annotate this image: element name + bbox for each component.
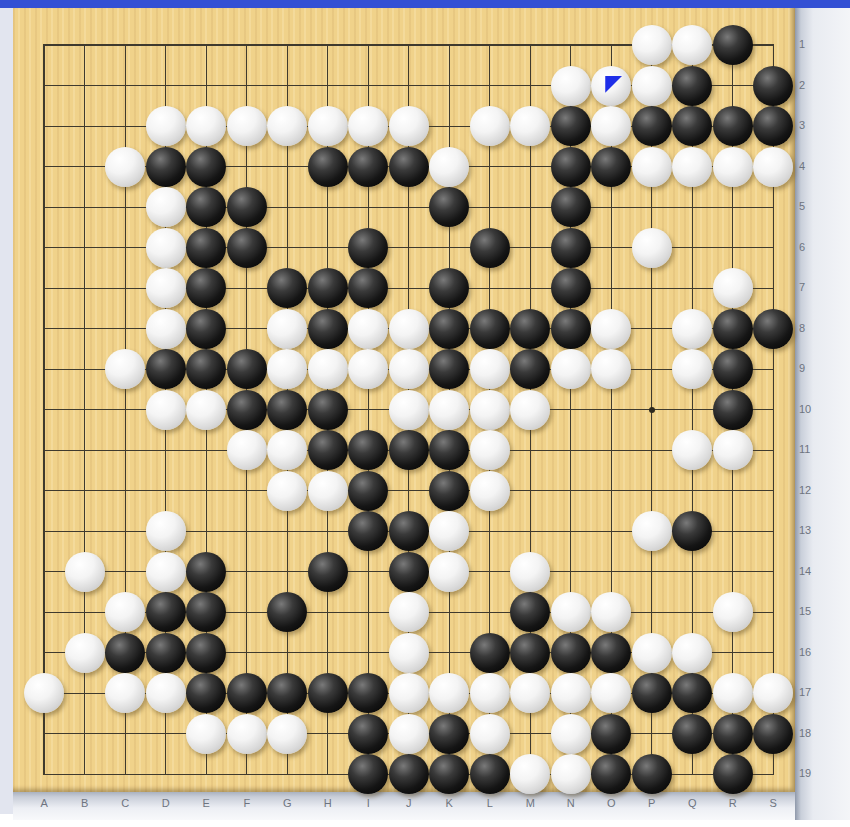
intersection-C17[interactable] [105, 673, 146, 714]
black-stone-I18[interactable] [348, 714, 388, 754]
intersection-H16[interactable] [308, 633, 349, 674]
intersection-J16[interactable] [389, 633, 430, 674]
black-stone-R10[interactable] [713, 390, 753, 430]
intersection-E5[interactable] [186, 187, 227, 228]
intersection-C6[interactable] [105, 228, 146, 269]
black-stone-I12[interactable] [348, 471, 388, 511]
intersection-B2[interactable] [65, 66, 106, 107]
intersection-N12[interactable] [551, 471, 592, 512]
intersection-K17[interactable] [429, 673, 470, 714]
intersection-G3[interactable] [267, 106, 308, 147]
black-stone-N7[interactable] [551, 268, 591, 308]
black-stone-R3[interactable] [713, 106, 753, 146]
intersection-K2[interactable] [429, 66, 470, 107]
black-stone-H10[interactable] [308, 390, 348, 430]
white-stone-I8[interactable] [348, 309, 388, 349]
intersection-Q15[interactable] [672, 592, 713, 633]
intersection-B3[interactable] [65, 106, 106, 147]
white-stone-L3[interactable] [470, 106, 510, 146]
intersection-G19[interactable] [267, 754, 308, 795]
black-stone-Q3[interactable] [672, 106, 712, 146]
intersection-H11[interactable] [308, 430, 349, 471]
intersection-J7[interactable] [389, 268, 430, 309]
intersection-Q19[interactable] [672, 754, 713, 795]
black-stone-L19[interactable] [470, 754, 510, 794]
intersection-D4[interactable] [146, 147, 187, 188]
white-stone-Q16[interactable] [672, 633, 712, 673]
white-stone-P2[interactable] [632, 66, 672, 106]
black-stone-E8[interactable] [186, 309, 226, 349]
white-stone-J10[interactable] [389, 390, 429, 430]
intersection-F6[interactable] [227, 228, 268, 269]
white-stone-H3[interactable] [308, 106, 348, 146]
black-stone-E6[interactable] [186, 228, 226, 268]
intersection-G18[interactable] [267, 714, 308, 755]
white-stone-D7[interactable] [146, 268, 186, 308]
intersection-M13[interactable] [510, 511, 551, 552]
black-stone-K11[interactable] [429, 430, 469, 470]
intersection-B12[interactable] [65, 471, 106, 512]
black-stone-Q18[interactable] [672, 714, 712, 754]
intersection-P12[interactable] [632, 471, 673, 512]
intersection-C1[interactable] [105, 25, 146, 66]
intersection-E7[interactable] [186, 268, 227, 309]
intersection-A13[interactable] [24, 511, 65, 552]
intersection-S14[interactable] [753, 552, 794, 593]
intersection-N6[interactable] [551, 228, 592, 269]
intersection-C14[interactable] [105, 552, 146, 593]
intersection-K16[interactable] [429, 633, 470, 674]
white-stone-R4[interactable] [713, 147, 753, 187]
black-stone-P3[interactable] [632, 106, 672, 146]
intersection-D10[interactable] [146, 390, 187, 431]
intersection-L3[interactable] [470, 106, 511, 147]
intersection-R16[interactable] [713, 633, 754, 674]
intersection-J13[interactable] [389, 511, 430, 552]
intersection-E11[interactable] [186, 430, 227, 471]
intersection-F5[interactable] [227, 187, 268, 228]
white-stone-D6[interactable] [146, 228, 186, 268]
black-stone-J19[interactable] [389, 754, 429, 794]
white-stone-F3[interactable] [227, 106, 267, 146]
black-stone-I6[interactable] [348, 228, 388, 268]
intersection-I19[interactable] [348, 754, 389, 795]
intersection-K8[interactable] [429, 309, 470, 350]
intersection-O3[interactable] [591, 106, 632, 147]
intersection-G14[interactable] [267, 552, 308, 593]
intersection-M5[interactable] [510, 187, 551, 228]
intersection-E8[interactable] [186, 309, 227, 350]
white-stone-C4[interactable] [105, 147, 145, 187]
intersection-F10[interactable] [227, 390, 268, 431]
intersection-N5[interactable] [551, 187, 592, 228]
white-stone-L11[interactable] [470, 430, 510, 470]
intersection-Q16[interactable] [672, 633, 713, 674]
intersection-E17[interactable] [186, 673, 227, 714]
intersection-O2[interactable] [591, 66, 632, 107]
intersection-R6[interactable] [713, 228, 754, 269]
white-stone-G18[interactable] [267, 714, 307, 754]
intersection-Q18[interactable] [672, 714, 713, 755]
intersection-D2[interactable] [146, 66, 187, 107]
intersection-R5[interactable] [713, 187, 754, 228]
black-stone-I17[interactable] [348, 673, 388, 713]
black-stone-K8[interactable] [429, 309, 469, 349]
intersection-G13[interactable] [267, 511, 308, 552]
intersection-J19[interactable] [389, 754, 430, 795]
intersection-A10[interactable] [24, 390, 65, 431]
intersection-S10[interactable] [753, 390, 794, 431]
black-stone-C16[interactable] [105, 633, 145, 673]
black-stone-O16[interactable] [591, 633, 631, 673]
intersection-H13[interactable] [308, 511, 349, 552]
intersection-J18[interactable] [389, 714, 430, 755]
intersection-P1[interactable] [632, 25, 673, 66]
intersection-B5[interactable] [65, 187, 106, 228]
black-stone-L16[interactable] [470, 633, 510, 673]
intersection-F11[interactable] [227, 430, 268, 471]
black-stone-I19[interactable] [348, 754, 388, 794]
intersection-J2[interactable] [389, 66, 430, 107]
white-stone-D10[interactable] [146, 390, 186, 430]
intersection-R11[interactable] [713, 430, 754, 471]
white-stone-H12[interactable] [308, 471, 348, 511]
board-grid[interactable] [24, 25, 794, 795]
intersection-B14[interactable] [65, 552, 106, 593]
intersection-R10[interactable] [713, 390, 754, 431]
intersection-H5[interactable] [308, 187, 349, 228]
white-stone-D13[interactable] [146, 511, 186, 551]
white-stone-F18[interactable] [227, 714, 267, 754]
white-stone-H9[interactable] [308, 349, 348, 389]
white-stone-G11[interactable] [267, 430, 307, 470]
white-stone-E10[interactable] [186, 390, 226, 430]
intersection-I18[interactable] [348, 714, 389, 755]
intersection-H6[interactable] [308, 228, 349, 269]
intersection-L17[interactable] [470, 673, 511, 714]
black-stone-P17[interactable] [632, 673, 672, 713]
intersection-P14[interactable] [632, 552, 673, 593]
intersection-D7[interactable] [146, 268, 187, 309]
white-stone-B14[interactable] [65, 552, 105, 592]
intersection-R9[interactable] [713, 349, 754, 390]
intersection-M7[interactable] [510, 268, 551, 309]
intersection-B18[interactable] [65, 714, 106, 755]
intersection-E12[interactable] [186, 471, 227, 512]
intersection-L5[interactable] [470, 187, 511, 228]
intersection-D19[interactable] [146, 754, 187, 795]
black-stone-N5[interactable] [551, 187, 591, 227]
intersection-N13[interactable] [551, 511, 592, 552]
intersection-P16[interactable] [632, 633, 673, 674]
black-stone-I7[interactable] [348, 268, 388, 308]
intersection-M18[interactable] [510, 714, 551, 755]
intersection-J1[interactable] [389, 25, 430, 66]
black-stone-L8[interactable] [470, 309, 510, 349]
intersection-R14[interactable] [713, 552, 754, 593]
white-stone-R15[interactable] [713, 592, 753, 632]
intersection-I12[interactable] [348, 471, 389, 512]
intersection-O4[interactable] [591, 147, 632, 188]
white-stone-I9[interactable] [348, 349, 388, 389]
black-stone-F9[interactable] [227, 349, 267, 389]
intersection-H8[interactable] [308, 309, 349, 350]
intersection-M1[interactable] [510, 25, 551, 66]
white-stone-Q11[interactable] [672, 430, 712, 470]
intersection-L11[interactable] [470, 430, 511, 471]
intersection-G11[interactable] [267, 430, 308, 471]
intersection-H3[interactable] [308, 106, 349, 147]
black-stone-H17[interactable] [308, 673, 348, 713]
white-stone-S4[interactable] [753, 147, 793, 187]
intersection-L19[interactable] [470, 754, 511, 795]
intersection-J11[interactable] [389, 430, 430, 471]
intersection-S5[interactable] [753, 187, 794, 228]
intersection-Q2[interactable] [672, 66, 713, 107]
intersection-M2[interactable] [510, 66, 551, 107]
intersection-B11[interactable] [65, 430, 106, 471]
white-stone-R11[interactable] [713, 430, 753, 470]
intersection-Q1[interactable] [672, 25, 713, 66]
intersection-S1[interactable] [753, 25, 794, 66]
intersection-H10[interactable] [308, 390, 349, 431]
intersection-N16[interactable] [551, 633, 592, 674]
intersection-Q5[interactable] [672, 187, 713, 228]
white-stone-D3[interactable] [146, 106, 186, 146]
black-stone-F10[interactable] [227, 390, 267, 430]
intersection-L14[interactable] [470, 552, 511, 593]
intersection-J14[interactable] [389, 552, 430, 593]
black-stone-R19[interactable] [713, 754, 753, 794]
intersection-L6[interactable] [470, 228, 511, 269]
intersection-I3[interactable] [348, 106, 389, 147]
intersection-G9[interactable] [267, 349, 308, 390]
intersection-G7[interactable] [267, 268, 308, 309]
intersection-B7[interactable] [65, 268, 106, 309]
intersection-A8[interactable] [24, 309, 65, 350]
intersection-G10[interactable] [267, 390, 308, 431]
intersection-G1[interactable] [267, 25, 308, 66]
intersection-R4[interactable] [713, 147, 754, 188]
black-stone-F5[interactable] [227, 187, 267, 227]
black-stone-I11[interactable] [348, 430, 388, 470]
intersection-H1[interactable] [308, 25, 349, 66]
intersection-C3[interactable] [105, 106, 146, 147]
black-stone-I4[interactable] [348, 147, 388, 187]
intersection-N2[interactable] [551, 66, 592, 107]
intersection-C9[interactable] [105, 349, 146, 390]
black-stone-K9[interactable] [429, 349, 469, 389]
white-stone-J8[interactable] [389, 309, 429, 349]
intersection-A6[interactable] [24, 228, 65, 269]
intersection-H9[interactable] [308, 349, 349, 390]
intersection-C16[interactable] [105, 633, 146, 674]
intersection-A15[interactable] [24, 592, 65, 633]
intersection-H17[interactable] [308, 673, 349, 714]
intersection-G16[interactable] [267, 633, 308, 674]
intersection-K15[interactable] [429, 592, 470, 633]
intersection-F17[interactable] [227, 673, 268, 714]
white-stone-P13[interactable] [632, 511, 672, 551]
intersection-B6[interactable] [65, 228, 106, 269]
intersection-R17[interactable] [713, 673, 754, 714]
intersection-J15[interactable] [389, 592, 430, 633]
intersection-K5[interactable] [429, 187, 470, 228]
white-stone-O3[interactable] [591, 106, 631, 146]
intersection-D9[interactable] [146, 349, 187, 390]
intersection-G4[interactable] [267, 147, 308, 188]
black-stone-E14[interactable] [186, 552, 226, 592]
white-stone-L17[interactable] [470, 673, 510, 713]
intersection-P2[interactable] [632, 66, 673, 107]
black-stone-M9[interactable] [510, 349, 550, 389]
intersection-N18[interactable] [551, 714, 592, 755]
intersection-I9[interactable] [348, 349, 389, 390]
white-stone-D17[interactable] [146, 673, 186, 713]
intersection-A9[interactable] [24, 349, 65, 390]
intersection-P5[interactable] [632, 187, 673, 228]
intersection-M6[interactable] [510, 228, 551, 269]
black-stone-H14[interactable] [308, 552, 348, 592]
intersection-Q17[interactable] [672, 673, 713, 714]
black-stone-D9[interactable] [146, 349, 186, 389]
black-stone-K5[interactable] [429, 187, 469, 227]
black-stone-M8[interactable] [510, 309, 550, 349]
intersection-M3[interactable] [510, 106, 551, 147]
intersection-H14[interactable] [308, 552, 349, 593]
intersection-Q12[interactable] [672, 471, 713, 512]
white-stone-E18[interactable] [186, 714, 226, 754]
white-stone-K17[interactable] [429, 673, 469, 713]
intersection-N19[interactable] [551, 754, 592, 795]
intersection-P15[interactable] [632, 592, 673, 633]
white-stone-J18[interactable] [389, 714, 429, 754]
intersection-N8[interactable] [551, 309, 592, 350]
intersection-M16[interactable] [510, 633, 551, 674]
black-stone-O18[interactable] [591, 714, 631, 754]
intersection-P10[interactable] [632, 390, 673, 431]
white-stone-Q9[interactable] [672, 349, 712, 389]
intersection-O19[interactable] [591, 754, 632, 795]
black-stone-Q2[interactable] [672, 66, 712, 106]
intersection-S2[interactable] [753, 66, 794, 107]
intersection-D18[interactable] [146, 714, 187, 755]
intersection-E10[interactable] [186, 390, 227, 431]
intersection-O15[interactable] [591, 592, 632, 633]
black-stone-K18[interactable] [429, 714, 469, 754]
intersection-L4[interactable] [470, 147, 511, 188]
intersection-R12[interactable] [713, 471, 754, 512]
black-stone-K12[interactable] [429, 471, 469, 511]
intersection-I15[interactable] [348, 592, 389, 633]
intersection-I8[interactable] [348, 309, 389, 350]
white-stone-R7[interactable] [713, 268, 753, 308]
intersection-P4[interactable] [632, 147, 673, 188]
intersection-J6[interactable] [389, 228, 430, 269]
white-stone-N19[interactable] [551, 754, 591, 794]
black-stone-N6[interactable] [551, 228, 591, 268]
intersection-D16[interactable] [146, 633, 187, 674]
white-stone-E3[interactable] [186, 106, 226, 146]
intersection-R13[interactable] [713, 511, 754, 552]
intersection-E3[interactable] [186, 106, 227, 147]
intersection-D5[interactable] [146, 187, 187, 228]
white-stone-J15[interactable] [389, 592, 429, 632]
intersection-P6[interactable] [632, 228, 673, 269]
intersection-O1[interactable] [591, 25, 632, 66]
intersection-K14[interactable] [429, 552, 470, 593]
intersection-K13[interactable] [429, 511, 470, 552]
intersection-S18[interactable] [753, 714, 794, 755]
intersection-H4[interactable] [308, 147, 349, 188]
intersection-F13[interactable] [227, 511, 268, 552]
white-stone-J16[interactable] [389, 633, 429, 673]
intersection-A16[interactable] [24, 633, 65, 674]
black-stone-K7[interactable] [429, 268, 469, 308]
intersection-B19[interactable] [65, 754, 106, 795]
intersection-J4[interactable] [389, 147, 430, 188]
intersection-Q3[interactable] [672, 106, 713, 147]
intersection-G12[interactable] [267, 471, 308, 512]
intersection-O9[interactable] [591, 349, 632, 390]
intersection-C11[interactable] [105, 430, 146, 471]
intersection-G17[interactable] [267, 673, 308, 714]
intersection-A2[interactable] [24, 66, 65, 107]
black-stone-G7[interactable] [267, 268, 307, 308]
intersection-F19[interactable] [227, 754, 268, 795]
black-stone-G10[interactable] [267, 390, 307, 430]
white-stone-P4[interactable] [632, 147, 672, 187]
intersection-K9[interactable] [429, 349, 470, 390]
intersection-F3[interactable] [227, 106, 268, 147]
intersection-F12[interactable] [227, 471, 268, 512]
intersection-C19[interactable] [105, 754, 146, 795]
intersection-L8[interactable] [470, 309, 511, 350]
intersection-M11[interactable] [510, 430, 551, 471]
intersection-P13[interactable] [632, 511, 673, 552]
intersection-B9[interactable] [65, 349, 106, 390]
black-stone-R9[interactable] [713, 349, 753, 389]
intersection-B17[interactable] [65, 673, 106, 714]
intersection-S6[interactable] [753, 228, 794, 269]
intersection-D1[interactable] [146, 25, 187, 66]
black-stone-J13[interactable] [389, 511, 429, 551]
black-stone-R8[interactable] [713, 309, 753, 349]
intersection-D14[interactable] [146, 552, 187, 593]
intersection-M14[interactable] [510, 552, 551, 593]
intersection-O18[interactable] [591, 714, 632, 755]
intersection-S19[interactable] [753, 754, 794, 795]
intersection-K1[interactable] [429, 25, 470, 66]
intersection-S9[interactable] [753, 349, 794, 390]
white-stone-B16[interactable] [65, 633, 105, 673]
intersection-D12[interactable] [146, 471, 187, 512]
intersection-D11[interactable] [146, 430, 187, 471]
intersection-P19[interactable] [632, 754, 673, 795]
intersection-R8[interactable] [713, 309, 754, 350]
intersection-M19[interactable] [510, 754, 551, 795]
intersection-A5[interactable] [24, 187, 65, 228]
black-stone-L6[interactable] [470, 228, 510, 268]
intersection-E19[interactable] [186, 754, 227, 795]
black-stone-E4[interactable] [186, 147, 226, 187]
intersection-S8[interactable] [753, 309, 794, 350]
intersection-J3[interactable] [389, 106, 430, 147]
intersection-M15[interactable] [510, 592, 551, 633]
intersection-L9[interactable] [470, 349, 511, 390]
white-stone-D5[interactable] [146, 187, 186, 227]
intersection-S17[interactable] [753, 673, 794, 714]
